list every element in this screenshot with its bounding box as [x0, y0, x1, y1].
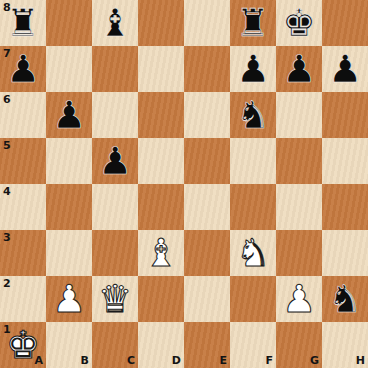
square-d5[interactable] [138, 138, 184, 184]
square-g6[interactable] [276, 92, 322, 138]
square-d2[interactable] [138, 276, 184, 322]
square-e4[interactable] [184, 184, 230, 230]
square-e5[interactable] [184, 138, 230, 184]
square-f4[interactable] [230, 184, 276, 230]
square-f3[interactable]: ♞ [230, 230, 276, 276]
file-label-e: E [219, 355, 227, 366]
square-d1[interactable]: D [138, 322, 184, 368]
square-b4[interactable] [46, 184, 92, 230]
square-a6[interactable]: 6 [0, 92, 46, 138]
file-label-a: A [34, 355, 43, 366]
square-b5[interactable] [46, 138, 92, 184]
square-f7[interactable]: ♟ [230, 46, 276, 92]
square-e1[interactable]: E [184, 322, 230, 368]
square-d4[interactable] [138, 184, 184, 230]
square-f8[interactable]: ♜ [230, 0, 276, 46]
black-knight: ♞ [328, 276, 362, 322]
square-c2[interactable]: ♛ [92, 276, 138, 322]
square-g8[interactable]: ♚ [276, 0, 322, 46]
square-b6[interactable]: ♟ [46, 92, 92, 138]
black-pawn: ♟ [236, 46, 270, 92]
square-b3[interactable] [46, 230, 92, 276]
square-d7[interactable] [138, 46, 184, 92]
square-c8[interactable]: ♝ [92, 0, 138, 46]
black-rook: ♜ [236, 0, 270, 46]
square-c5[interactable]: ♟ [92, 138, 138, 184]
rank-label-7: 7 [3, 48, 11, 59]
square-a4[interactable]: 4 [0, 184, 46, 230]
square-h8[interactable] [322, 0, 368, 46]
square-c4[interactable] [92, 184, 138, 230]
square-c1[interactable]: C [92, 322, 138, 368]
white-pawn: ♟ [282, 276, 316, 322]
square-a8[interactable]: 8♜ [0, 0, 46, 46]
white-knight: ♞ [236, 230, 270, 276]
square-e7[interactable] [184, 46, 230, 92]
square-d6[interactable] [138, 92, 184, 138]
rank-label-6: 6 [3, 94, 11, 105]
square-a3[interactable]: 3 [0, 230, 46, 276]
square-c3[interactable] [92, 230, 138, 276]
square-g5[interactable] [276, 138, 322, 184]
rank-label-3: 3 [3, 232, 11, 243]
square-h2[interactable]: ♞ [322, 276, 368, 322]
black-rook: ♜ [6, 0, 40, 46]
file-label-h: H [356, 355, 365, 366]
rank-label-5: 5 [3, 140, 11, 151]
black-pawn: ♟ [98, 138, 132, 184]
rank-label-1: 1 [3, 324, 11, 335]
square-a1[interactable]: 1A♚ [0, 322, 46, 368]
square-h6[interactable] [322, 92, 368, 138]
square-h5[interactable] [322, 138, 368, 184]
black-king: ♚ [282, 0, 316, 46]
square-g4[interactable] [276, 184, 322, 230]
square-e8[interactable] [184, 0, 230, 46]
file-label-d: D [172, 355, 181, 366]
black-pawn: ♟ [328, 46, 362, 92]
square-e6[interactable] [184, 92, 230, 138]
black-pawn: ♟ [6, 46, 40, 92]
black-pawn: ♟ [52, 92, 86, 138]
square-a5[interactable]: 5 [0, 138, 46, 184]
square-f2[interactable] [230, 276, 276, 322]
square-g2[interactable]: ♟ [276, 276, 322, 322]
square-b7[interactable] [46, 46, 92, 92]
file-label-g: G [310, 355, 319, 366]
white-queen: ♛ [98, 276, 132, 322]
square-h4[interactable] [322, 184, 368, 230]
square-f6[interactable]: ♞ [230, 92, 276, 138]
square-g7[interactable]: ♟ [276, 46, 322, 92]
square-f5[interactable] [230, 138, 276, 184]
square-g1[interactable]: G [276, 322, 322, 368]
square-c6[interactable] [92, 92, 138, 138]
rank-label-2: 2 [3, 278, 11, 289]
file-label-c: C [127, 355, 135, 366]
square-d8[interactable] [138, 0, 184, 46]
rank-label-8: 8 [3, 2, 11, 13]
rank-label-4: 4 [3, 186, 11, 197]
black-knight: ♞ [236, 92, 270, 138]
square-g3[interactable] [276, 230, 322, 276]
black-bishop: ♝ [98, 0, 132, 46]
black-pawn: ♟ [282, 46, 316, 92]
file-label-f: F [265, 355, 273, 366]
square-b1[interactable]: B [46, 322, 92, 368]
square-e3[interactable] [184, 230, 230, 276]
square-h1[interactable]: H [322, 322, 368, 368]
square-d3[interactable]: ♝ [138, 230, 184, 276]
chess-board: 8♜♝♜♚7♟♟♟♟6♟♞5♟43♝♞2♟♛♟♞1A♚BCDEFGH [0, 0, 368, 368]
square-e2[interactable] [184, 276, 230, 322]
square-h3[interactable] [322, 230, 368, 276]
white-pawn: ♟ [52, 276, 86, 322]
square-h7[interactable]: ♟ [322, 46, 368, 92]
square-f1[interactable]: F [230, 322, 276, 368]
white-bishop: ♝ [144, 230, 178, 276]
file-label-b: B [81, 355, 89, 366]
square-a7[interactable]: 7♟ [0, 46, 46, 92]
square-c7[interactable] [92, 46, 138, 92]
square-a2[interactable]: 2 [0, 276, 46, 322]
square-b8[interactable] [46, 0, 92, 46]
square-b2[interactable]: ♟ [46, 276, 92, 322]
